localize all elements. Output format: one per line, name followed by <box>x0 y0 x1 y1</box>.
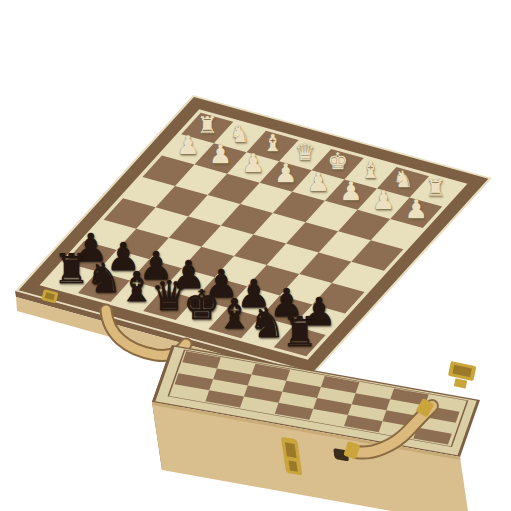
open-chess-board <box>15 95 492 374</box>
case-corner-latch-icon <box>446 361 476 390</box>
chess-set-photo: ♜♞♝♛♚♝♞♜♟♟♟♟♟♟♟♟♟♟♟♟♟♟♟♟♜♞♝♛♚♝♞♜ <box>0 0 511 511</box>
chess-set-graphic <box>0 0 511 511</box>
